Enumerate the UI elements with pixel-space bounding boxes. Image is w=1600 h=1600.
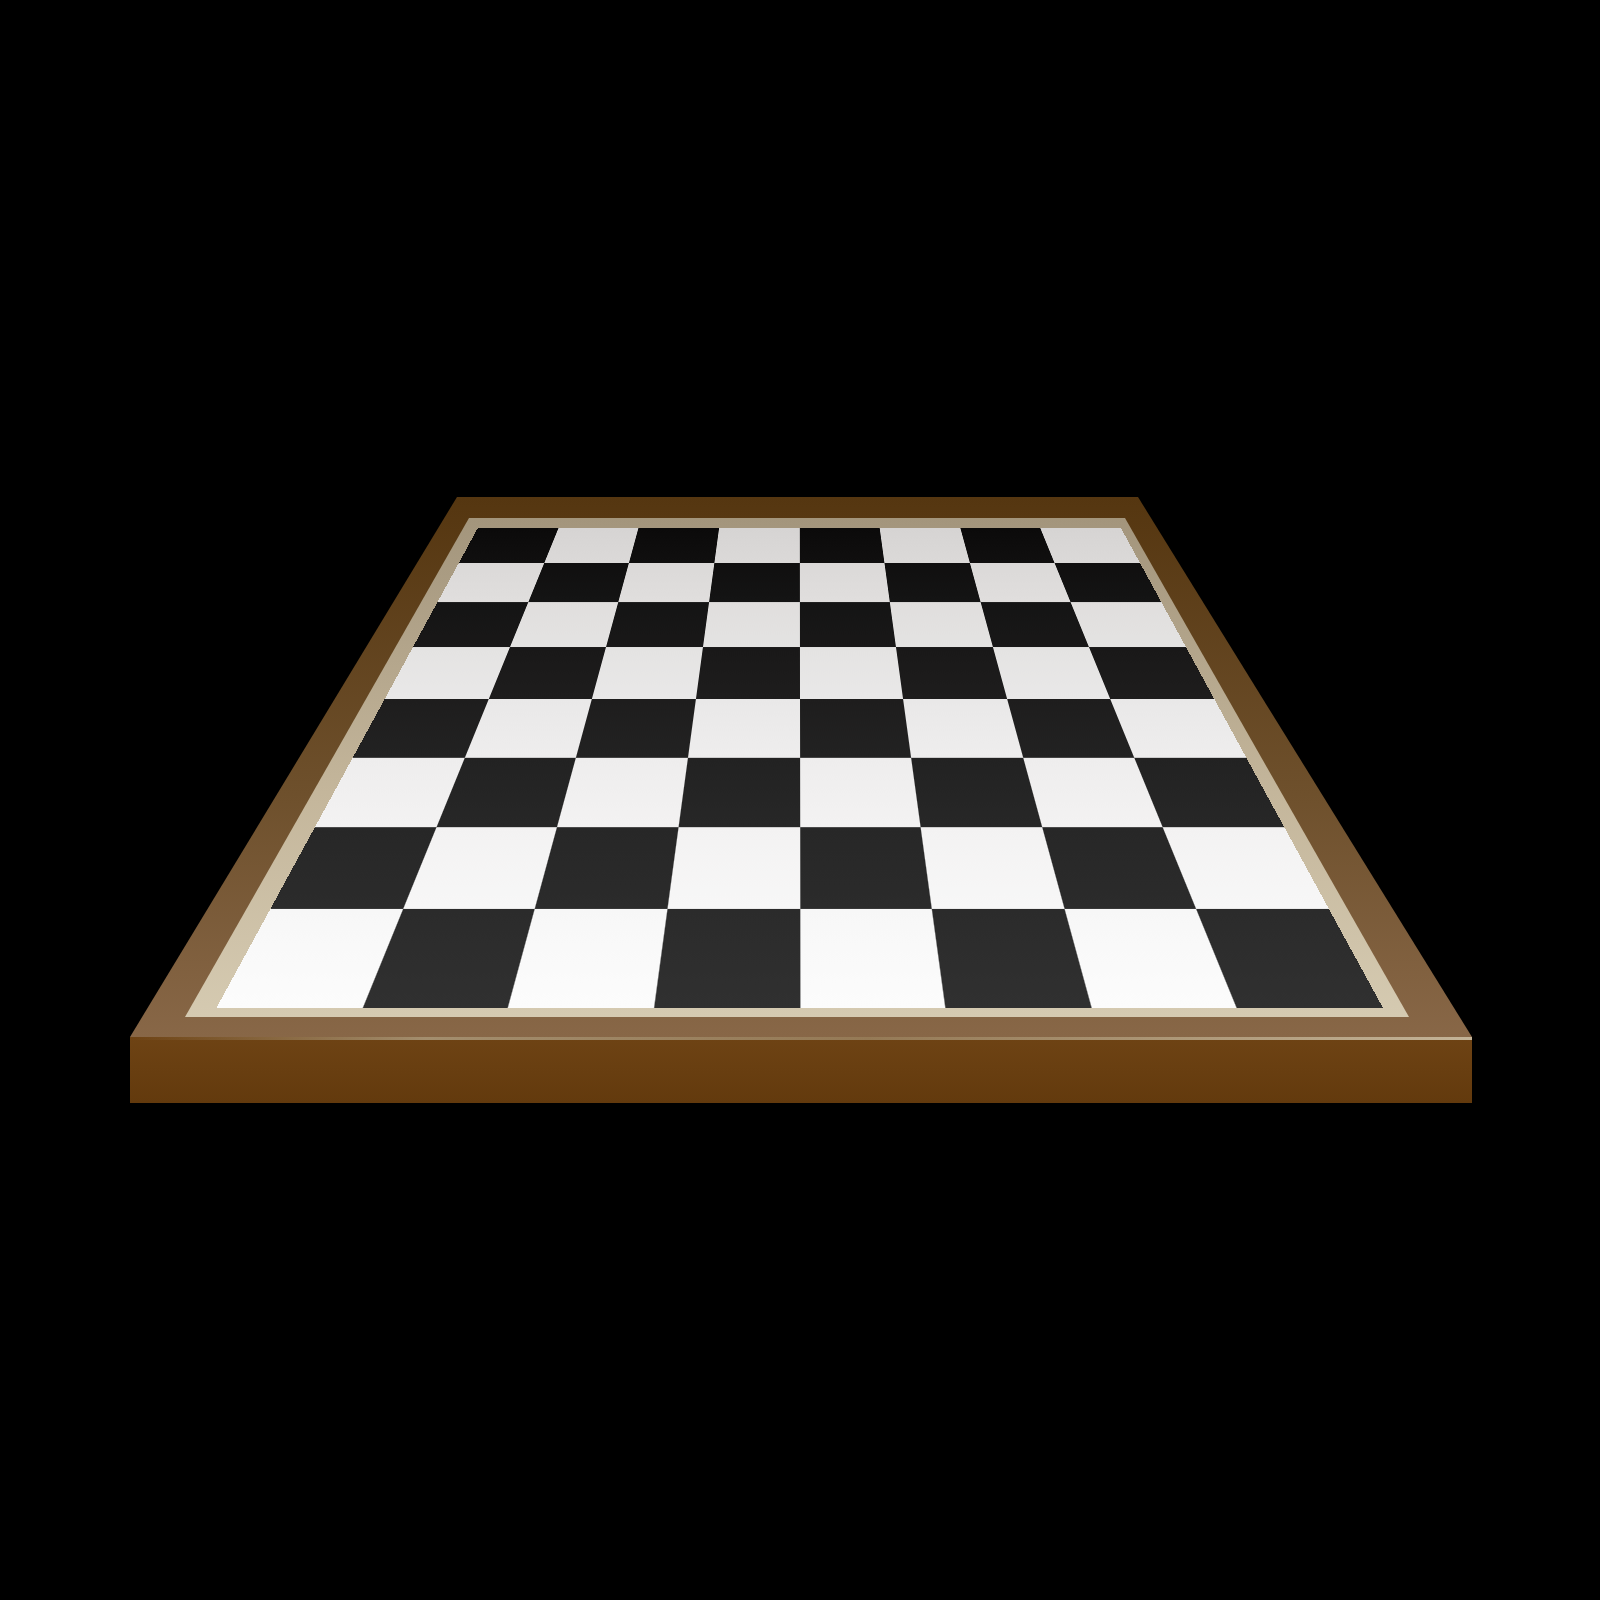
square-e6[interactable] — [799, 602, 896, 647]
square-f3[interactable] — [911, 758, 1042, 827]
square-e8[interactable] — [799, 528, 884, 563]
chessboard-grid — [216, 528, 1383, 1008]
square-d7[interactable] — [708, 563, 799, 602]
square-c4[interactable] — [576, 699, 696, 758]
square-c7[interactable] — [618, 563, 714, 602]
square-c3[interactable] — [557, 758, 688, 827]
square-g8[interactable] — [960, 528, 1055, 563]
square-b8[interactable] — [544, 528, 639, 563]
square-a8[interactable] — [458, 528, 557, 563]
page-background — [0, 0, 1600, 1600]
square-h8[interactable] — [1040, 528, 1139, 563]
square-d2[interactable] — [667, 827, 799, 909]
square-f8[interactable] — [879, 528, 969, 563]
square-h6[interactable] — [1071, 602, 1186, 647]
square-f7[interactable] — [884, 563, 980, 602]
square-e2[interactable] — [799, 827, 931, 909]
square-b6[interactable] — [509, 602, 618, 647]
square-c2[interactable] — [534, 827, 678, 909]
square-e3[interactable] — [799, 758, 920, 827]
square-f6[interactable] — [890, 602, 993, 647]
square-d3[interactable] — [678, 758, 799, 827]
square-f4[interactable] — [903, 699, 1023, 758]
square-d4[interactable] — [687, 699, 799, 758]
square-e5[interactable] — [799, 647, 903, 698]
square-g6[interactable] — [980, 602, 1089, 647]
square-f1[interactable] — [931, 909, 1090, 1008]
square-d1[interactable] — [653, 909, 799, 1008]
square-e4[interactable] — [799, 699, 911, 758]
square-a6[interactable] — [412, 602, 527, 647]
square-f2[interactable] — [920, 827, 1064, 909]
square-d5[interactable] — [695, 647, 799, 698]
square-c6[interactable] — [606, 602, 709, 647]
square-e1[interactable] — [799, 909, 945, 1008]
square-e7[interactable] — [799, 563, 890, 602]
board-perspective-scene — [0, 0, 1600, 1600]
square-d6[interactable] — [702, 602, 799, 647]
square-g7[interactable] — [969, 563, 1070, 602]
square-b7[interactable] — [527, 563, 628, 602]
square-a7[interactable] — [437, 563, 544, 602]
square-h4[interactable] — [1110, 699, 1246, 758]
square-h5[interactable] — [1089, 647, 1214, 698]
square-c1[interactable] — [507, 909, 666, 1008]
square-h7[interactable] — [1054, 563, 1161, 602]
square-d8[interactable] — [714, 528, 799, 563]
square-f5[interactable] — [896, 647, 1007, 698]
square-b5[interactable] — [488, 647, 606, 698]
square-c8[interactable] — [629, 528, 719, 563]
square-c5[interactable] — [592, 647, 703, 698]
